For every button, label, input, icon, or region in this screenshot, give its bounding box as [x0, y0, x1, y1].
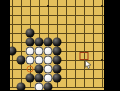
white-stone[interactable]: [35, 56, 44, 65]
black-stone[interactable]: [53, 74, 62, 83]
black-stone[interactable]: [26, 29, 35, 38]
black-stone[interactable]: [10, 47, 17, 56]
black-stone[interactable]: [44, 83, 53, 91]
grid-line-horizontal: [10, 33, 104, 34]
black-stone[interactable]: [44, 38, 53, 47]
black-stone[interactable]: [35, 38, 44, 47]
star-point: [47, 5, 49, 7]
star-point: [101, 59, 103, 61]
black-stone[interactable]: [53, 65, 62, 74]
grid-line-vertical: [12, 0, 13, 88]
grid-line-horizontal: [10, 15, 104, 16]
black-stone[interactable]: [35, 65, 44, 74]
letterbox-left-bar: [0, 0, 10, 90]
grid-line-horizontal: [10, 6, 104, 7]
black-stone[interactable]: [53, 56, 62, 65]
star-point: [101, 5, 103, 7]
black-stone[interactable]: [26, 38, 35, 47]
grid-line-vertical: [66, 0, 67, 88]
grid-line-vertical: [93, 0, 94, 88]
white-stone[interactable]: [44, 74, 53, 83]
black-stone[interactable]: [17, 56, 26, 65]
black-stone[interactable]: [53, 47, 62, 56]
screenshot-stage: [0, 0, 120, 90]
grid-line-horizontal: [10, 24, 104, 25]
white-stone[interactable]: [35, 83, 44, 91]
white-stone[interactable]: [44, 56, 53, 65]
grid-line-vertical: [102, 0, 103, 88]
white-stone[interactable]: [26, 56, 35, 65]
black-stone[interactable]: [26, 74, 35, 83]
white-stone[interactable]: [44, 65, 53, 74]
go-board[interactable]: [10, 0, 104, 90]
grid-line-vertical: [84, 0, 85, 88]
white-stone[interactable]: [44, 47, 53, 56]
black-stone[interactable]: [53, 38, 62, 47]
mouse-cursor-icon: [85, 55, 92, 74]
white-stone[interactable]: [35, 47, 44, 56]
black-stone[interactable]: [17, 83, 26, 91]
grid-line-vertical: [21, 0, 22, 88]
black-stone[interactable]: [35, 74, 44, 83]
ring-marker: [27, 66, 34, 73]
grid-line-vertical: [75, 0, 76, 88]
letterbox-right-bar: [104, 0, 120, 90]
white-stone[interactable]: [26, 47, 35, 56]
